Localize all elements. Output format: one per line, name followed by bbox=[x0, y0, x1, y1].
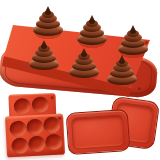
chocolate-swirl bbox=[28, 40, 60, 70]
chocolate-swirl bbox=[76, 15, 108, 45]
mold-cavity bbox=[11, 137, 29, 154]
chocolate-swirl bbox=[106, 55, 138, 85]
chocolate-swirl bbox=[68, 48, 100, 78]
chocolate-swirl bbox=[32, 6, 64, 36]
mold-cavity bbox=[9, 120, 27, 137]
mold-cavity bbox=[28, 135, 46, 152]
silicone-mold-front bbox=[5, 114, 65, 158]
mold-cavity bbox=[14, 98, 32, 115]
mold-corner-hole bbox=[51, 96, 54, 99]
pan-rivet-dot bbox=[138, 87, 141, 90]
bakeware-product-photo bbox=[0, 0, 160, 160]
chocolate-swirl bbox=[117, 25, 149, 55]
mold-corner-hole bbox=[58, 117, 61, 120]
baking-tray-front bbox=[66, 109, 131, 155]
mold-cavity bbox=[32, 96, 50, 113]
tray-inner-surface bbox=[71, 114, 125, 150]
mold-cavity bbox=[26, 119, 44, 136]
mold-cavity bbox=[45, 134, 63, 151]
